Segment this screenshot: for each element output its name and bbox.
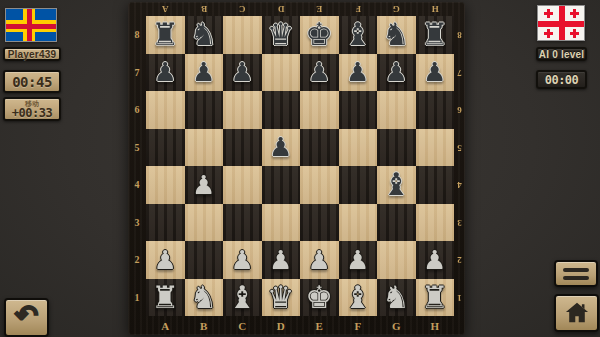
piece-black-pawn: ♟ [346, 59, 369, 85]
square-h2[interactable]: ♟ [416, 241, 455, 279]
square-d4[interactable] [262, 166, 301, 204]
square-h6[interactable] [416, 91, 455, 129]
rank-label-6: 6 [454, 91, 465, 129]
piece-black-knight: ♞ [190, 19, 218, 50]
square-a6[interactable] [146, 91, 185, 129]
square-d3[interactable] [262, 204, 301, 242]
piece-white-pawn: ♟ [154, 247, 177, 273]
rank-label-8: 8 [128, 16, 146, 54]
rank-label-1: 1 [128, 279, 146, 317]
square-d8[interactable]: ♛ [262, 16, 301, 54]
square-c3[interactable] [223, 204, 262, 242]
piece-white-knight: ♞ [382, 282, 410, 313]
square-c6[interactable] [223, 91, 262, 129]
square-e1[interactable]: ♚ [300, 279, 339, 317]
undo-button[interactable]: ↶ [4, 298, 49, 337]
piece-white-pawn: ♟ [346, 247, 369, 273]
piece-black-knight: ♞ [382, 19, 410, 50]
square-c5[interactable] [223, 129, 262, 167]
home-icon [564, 300, 590, 326]
square-a7[interactable]: ♟ [146, 54, 185, 92]
file-label-h: H [416, 316, 455, 335]
square-d1[interactable]: ♛ [262, 279, 301, 317]
chess-board: ABCDEFGH ABCDEFGH 87654321 87654321 ♜♞♛♚… [128, 2, 465, 335]
square-h8[interactable]: ♜ [416, 16, 455, 54]
square-g3[interactable] [377, 204, 416, 242]
file-labels-bottom: ABCDEFGH [146, 316, 454, 335]
file-label-c: C [223, 316, 262, 335]
square-h7[interactable]: ♟ [416, 54, 455, 92]
piece-black-pawn: ♟ [269, 134, 292, 160]
square-b7[interactable]: ♟ [185, 54, 224, 92]
piece-white-knight: ♞ [190, 282, 218, 313]
ai-level-label: AI 0 level [539, 49, 584, 60]
square-b5[interactable] [185, 129, 224, 167]
piece-black-pawn: ♟ [385, 59, 408, 85]
rank-label-7: 7 [128, 54, 146, 92]
file-label-b: B [185, 316, 224, 335]
chess-app-screen: { "game": "chess", "position": { "fen": … [0, 0, 600, 337]
square-g5[interactable] [377, 129, 416, 167]
home-button[interactable] [554, 294, 599, 332]
file-label-f: F [339, 2, 378, 16]
file-label-e: E [300, 316, 339, 335]
piece-white-queen: ♛ [267, 282, 295, 313]
square-f4[interactable] [339, 166, 378, 204]
player-name-panel: Player439 [3, 47, 61, 61]
player-name: Player439 [8, 49, 57, 60]
rank-label-7: 7 [454, 54, 465, 92]
square-f8[interactable]: ♝ [339, 16, 378, 54]
file-label-a: A [146, 316, 185, 335]
ai-level-panel: AI 0 level [536, 47, 587, 61]
square-g7[interactable]: ♟ [377, 54, 416, 92]
square-b4[interactable]: ♟ [185, 166, 224, 204]
piece-black-pawn: ♟ [308, 59, 331, 85]
rank-label-5: 5 [128, 129, 146, 167]
square-c8[interactable] [223, 16, 262, 54]
square-h5[interactable] [416, 129, 455, 167]
square-b8[interactable]: ♞ [185, 16, 224, 54]
player-timer-panel: 00:45 [3, 70, 61, 93]
file-label-b: B [185, 2, 224, 16]
piece-white-bishop: ♝ [228, 282, 256, 313]
square-g4[interactable]: ♝ [377, 166, 416, 204]
square-e6[interactable] [300, 91, 339, 129]
square-g8[interactable]: ♞ [377, 16, 416, 54]
rank-label-4: 4 [128, 166, 146, 204]
piece-white-bishop: ♝ [344, 282, 372, 313]
square-e7[interactable]: ♟ [300, 54, 339, 92]
rank-label-8: 8 [454, 16, 465, 54]
rank-label-2: 2 [454, 241, 465, 279]
ai-timer: 00:00 [545, 73, 579, 87]
square-e2[interactable]: ♟ [300, 241, 339, 279]
aland-flag [5, 8, 57, 42]
undo-icon: ↶ [15, 302, 38, 330]
player-timer: 00:45 [12, 74, 52, 90]
square-f6[interactable] [339, 91, 378, 129]
georgia-flag-crosslet [544, 9, 553, 18]
square-f7[interactable]: ♟ [339, 54, 378, 92]
move-timer-panel: 移动 +00:33 [3, 97, 61, 121]
file-label-h: H [416, 2, 455, 16]
file-label-c: C [223, 2, 262, 16]
square-f1[interactable]: ♝ [339, 279, 378, 317]
rank-label-3: 3 [454, 204, 465, 242]
rank-label-5: 5 [454, 129, 465, 167]
piece-black-king: ♚ [305, 19, 333, 50]
square-a2[interactable]: ♟ [146, 241, 185, 279]
square-e3[interactable] [300, 204, 339, 242]
square-f5[interactable] [339, 129, 378, 167]
file-label-e: E [300, 2, 339, 16]
square-a3[interactable] [146, 204, 185, 242]
square-c7[interactable]: ♟ [223, 54, 262, 92]
square-d6[interactable] [262, 91, 301, 129]
square-b2[interactable] [185, 241, 224, 279]
square-d7[interactable] [262, 54, 301, 92]
piece-white-pawn: ♟ [423, 247, 446, 273]
file-label-f: F [339, 316, 378, 335]
file-label-a: A [146, 2, 185, 16]
file-label-d: D [262, 316, 301, 335]
piece-white-pawn: ♟ [192, 172, 215, 198]
square-g2[interactable] [377, 241, 416, 279]
square-b6[interactable] [185, 91, 224, 129]
menu-icon [563, 268, 589, 272]
file-label-d: D [262, 2, 301, 16]
square-a5[interactable] [146, 129, 185, 167]
square-f3[interactable] [339, 204, 378, 242]
square-e5[interactable] [300, 129, 339, 167]
rank-label-2: 2 [128, 241, 146, 279]
piece-black-bishop: ♝ [344, 19, 372, 50]
rank-labels-left: 87654321 [128, 16, 146, 316]
square-c4[interactable] [223, 166, 262, 204]
square-c2[interactable]: ♟ [223, 241, 262, 279]
square-g6[interactable] [377, 91, 416, 129]
piece-white-pawn: ♟ [269, 247, 292, 273]
square-h1[interactable]: ♜ [416, 279, 455, 317]
piece-black-bishop: ♝ [382, 169, 410, 200]
piece-black-rook: ♜ [151, 19, 179, 50]
file-labels-top: ABCDEFGH [146, 2, 454, 16]
piece-white-king: ♚ [305, 282, 333, 313]
square-d5[interactable]: ♟ [262, 129, 301, 167]
piece-black-pawn: ♟ [154, 59, 177, 85]
square-f2[interactable]: ♟ [339, 241, 378, 279]
square-a8[interactable]: ♜ [146, 16, 185, 54]
file-label-g: G [377, 316, 416, 335]
piece-black-queen: ♛ [267, 19, 295, 50]
piece-white-rook: ♜ [421, 282, 449, 313]
file-label-g: G [377, 2, 416, 16]
piece-white-pawn: ♟ [308, 247, 331, 273]
square-b1[interactable]: ♞ [185, 279, 224, 317]
georgia-flag [537, 5, 585, 41]
rank-label-3: 3 [128, 204, 146, 242]
square-c1[interactable]: ♝ [223, 279, 262, 317]
board-grid: ♜♞♛♚♝♞♜♟♟♟♟♟♟♟♟♟♝♟♟♟♟♟♟♜♞♝♛♚♝♞♜ [146, 16, 454, 316]
square-h3[interactable] [416, 204, 455, 242]
square-a1[interactable]: ♜ [146, 279, 185, 317]
move-timer: +00:33 [12, 107, 52, 119]
rank-label-4: 4 [454, 166, 465, 204]
rank-labels-right: 87654321 [454, 16, 465, 316]
piece-black-pawn: ♟ [231, 59, 254, 85]
piece-black-pawn: ♟ [192, 59, 215, 85]
square-d2[interactable]: ♟ [262, 241, 301, 279]
ai-timer-panel: 00:00 [536, 70, 587, 89]
piece-white-rook: ♜ [151, 282, 179, 313]
square-h4[interactable] [416, 166, 455, 204]
square-e8[interactable]: ♚ [300, 16, 339, 54]
square-e4[interactable] [300, 166, 339, 204]
square-a4[interactable] [146, 166, 185, 204]
square-b3[interactable] [185, 204, 224, 242]
rank-label-6: 6 [128, 91, 146, 129]
rank-label-1: 1 [454, 279, 465, 317]
piece-white-pawn: ♟ [231, 247, 254, 273]
menu-button[interactable] [554, 260, 598, 287]
piece-black-rook: ♜ [421, 19, 449, 50]
piece-black-pawn: ♟ [423, 59, 446, 85]
square-g1[interactable]: ♞ [377, 279, 416, 317]
